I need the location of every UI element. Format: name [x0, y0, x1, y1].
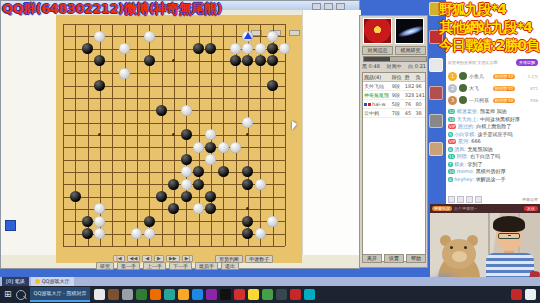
stone-black: [156, 191, 167, 202]
panel-button[interactable]: 离开: [362, 254, 382, 263]
taskbar-app-icon[interactable]: [178, 289, 189, 300]
qq-game-icon: [35, 279, 40, 284]
panel-bottom-buttons: 离开设置帮助: [362, 254, 426, 263]
close-icon[interactable]: [336, 3, 345, 10]
fan-rank-row[interactable]: 2大飞粉丝团·11871: [448, 82, 538, 94]
stone-white: [94, 31, 105, 42]
stone-white: [255, 228, 266, 239]
taskbar-app-icon[interactable]: [248, 289, 259, 300]
stone-black: [156, 105, 167, 116]
fan-badge: 粉丝团·10: [493, 98, 515, 103]
chat-message: 11 阿狸: 右下白活了吗: [448, 153, 538, 161]
game-action-button[interactable]: 退出: [221, 262, 239, 270]
taskbar-app-icon[interactable]: [94, 289, 105, 300]
time-progress-bar: [363, 56, 427, 62]
spectator-row[interactable]: 神奇無尾熊9段328141: [363, 91, 425, 100]
streamer-glasses: [498, 233, 520, 239]
panel-tabs: 对局信息棋局研究: [362, 46, 426, 55]
taskbar-app-icon[interactable]: [276, 289, 287, 300]
stone-white: [181, 166, 192, 177]
stone-black: [205, 142, 216, 153]
fan-rank-row[interactable]: 3一只柯基粉丝团·10556: [448, 94, 538, 106]
sidebar-mini-icon[interactable]: [5, 220, 16, 231]
stone-white: [205, 154, 216, 165]
game-action-button[interactable]: 上一手: [143, 262, 166, 270]
clock-value: 白 0:21: [408, 63, 426, 69]
chat-message: VIP 路过的: 白棋上面危险了: [448, 123, 538, 131]
avatar: [459, 84, 467, 92]
stone-white: [94, 216, 105, 227]
stone-black: [181, 129, 192, 140]
tab-qq-game-hall[interactable]: QQ游戏大厅: [31, 277, 74, 286]
chat-message: 9 小白学棋: 这手是试应手吗: [448, 131, 538, 139]
stone-white: [94, 228, 105, 239]
taskbar-app-icon[interactable]: [164, 289, 175, 300]
chat-message: 10 momo: 黑棋外势好厚: [448, 168, 538, 176]
kifu-nav-button[interactable]: ◀◀: [127, 255, 141, 262]
stone-black: [82, 43, 93, 54]
desktop-icon[interactable]: [429, 58, 443, 72]
desktop-icon[interactable]: [429, 142, 443, 156]
fan-ranking-list: 1小鱼儿粉丝团·121.2万2大飞粉丝团·118713一只柯基粉丝团·10556: [448, 70, 538, 106]
kifu-nav-button[interactable]: |◀: [113, 255, 125, 262]
stone-black: [242, 216, 253, 227]
stone-black: [181, 154, 192, 165]
taskbar-search-icon[interactable]: [16, 290, 26, 300]
teddy-bear-eye: [464, 246, 467, 249]
panel-tab[interactable]: 棋局研究: [395, 46, 426, 55]
stone-black: [267, 43, 278, 54]
glasses-bridge: [508, 235, 511, 236]
stone-black: [242, 55, 253, 66]
teddy-bear-eye: [450, 246, 453, 249]
game-buttons-row: 研究第一手上一手下一手最后手退出: [1, 262, 361, 270]
stone-white: [181, 105, 192, 116]
stone-black: [255, 55, 266, 66]
stone-black: [218, 166, 229, 177]
stone-black: [205, 43, 216, 54]
chat-message: 10 天天向上: 中间这块黑棋好厚: [448, 116, 538, 124]
taskbar-app-icon[interactable]: [234, 289, 245, 300]
panel-button[interactable]: 设置: [384, 254, 404, 263]
white-player-avatar-galaxy: [395, 18, 424, 44]
bottom-tab-strip: [0] 笔谈 QQ游戏大厅: [0, 277, 540, 286]
game-action-button[interactable]: 研究: [96, 262, 114, 270]
share-icon[interactable]: [475, 196, 482, 203]
stone-black: [193, 179, 204, 190]
taskbar-app-icons: [94, 289, 315, 300]
game-info-panel: 对局信息棋局研究 黑 0:48对局中白 0:21 观战(4)段位胜负 天外飞仙9…: [359, 15, 428, 268]
stone-black: [94, 55, 105, 66]
fan-badge: 粉丝团·11: [493, 86, 515, 91]
taskbar-app-icon[interactable]: [206, 289, 217, 300]
avatar: [459, 72, 467, 80]
stone-white: [193, 203, 204, 214]
rank-crown-icon: 2: [448, 84, 457, 93]
stone-black: [181, 191, 192, 202]
kifu-nav-button[interactable]: ◀: [142, 255, 152, 262]
kifu-nav-row: |◀◀◀◀▶▶▶▶|形势判断申请数子: [1, 255, 361, 262]
taskbar-app-icon[interactable]: [192, 289, 203, 300]
taskbar-app-icon[interactable]: [220, 289, 231, 300]
taskbar-app-icon[interactable]: [262, 289, 273, 300]
stone-black: [242, 166, 253, 177]
panel-button[interactable]: 帮助: [406, 254, 426, 263]
stone-white: [242, 117, 253, 128]
desktop-icon[interactable]: [429, 114, 443, 128]
stone-white: [230, 142, 241, 153]
tray-icon[interactable]: [525, 289, 536, 300]
kifu-nav-button[interactable]: ▶: [154, 255, 164, 262]
spectator-row[interactable]: hai-w5段7680: [363, 100, 425, 109]
stone-black: [193, 43, 204, 54]
settings-icon[interactable]: [466, 196, 473, 203]
stone-white: [131, 228, 142, 239]
stone-white: [218, 142, 229, 153]
stone-white: [267, 31, 278, 42]
go-game-window: |◀◀◀◀▶▶▶▶|形势判断申请数子 研究第一手上一手下一手最后手退出: [0, 0, 360, 269]
stone-black: [82, 228, 93, 239]
rank-crown-icon: 3: [448, 96, 457, 105]
stone-black: [267, 55, 278, 66]
teddy-bear-muzzle: [452, 251, 467, 262]
tray-icon[interactable]: [511, 289, 522, 300]
stone-white: [119, 43, 130, 54]
windows-taskbar: ⊞ QQ游戏大厅 - 围棋对弈: [0, 286, 540, 303]
taskbar-app-icon[interactable]: [304, 289, 315, 300]
maximize-icon[interactable]: [324, 3, 333, 10]
stone-black: [267, 80, 278, 91]
stone-white: [267, 216, 278, 227]
stone-black: [168, 179, 179, 190]
clock-value: 对局中: [387, 63, 402, 69]
chat-message: 6 heyhey: 求解说这一手: [448, 176, 538, 184]
taskbar-app-icon[interactable]: [122, 289, 133, 300]
stone-white: [144, 31, 155, 42]
stone-white: [242, 43, 253, 54]
kifu-nav-button[interactable]: ▶|: [182, 255, 194, 262]
stone-black: [168, 203, 179, 214]
spectator-list[interactable]: 观战(4)段位胜负 天外飞仙9段18296神奇無尾熊9段328141hai-w5…: [362, 72, 426, 262]
spectator-row[interactable]: 天外飞仙9段18296: [363, 82, 425, 91]
stone-black: [205, 203, 216, 214]
chat-message: 7 棋友: 学到了: [448, 161, 538, 169]
go-board[interactable]: [56, 15, 302, 263]
tab-bitan[interactable]: [0] 笔谈: [2, 277, 29, 286]
stone-black: [144, 216, 155, 227]
danmaku-etiquette-button[interactable]: 弹幕礼仪: [432, 206, 452, 211]
fan-rank-row[interactable]: 1小鱼儿粉丝团·121.2万: [448, 70, 538, 82]
game-action-button[interactable]: 下一手: [169, 262, 192, 270]
active-app-button[interactable]: QQ游戏大厅 - 围棋对弈: [30, 287, 91, 302]
window-left-sidebar: [1, 10, 57, 255]
galaxy-streak: [398, 24, 424, 39]
stone-white: [94, 203, 105, 214]
stone-white: [279, 43, 290, 54]
danmaku-settings-label[interactable]: 弹幕设置: [522, 197, 538, 202]
chat-message: 8 清风: 无尾熊加油: [448, 146, 538, 154]
stone-black: [82, 216, 93, 227]
window-controls[interactable]: [312, 3, 345, 10]
stone-white: [193, 142, 204, 153]
mouse-cursor: [292, 121, 297, 130]
stone-black: [193, 166, 204, 177]
taskbar-app-icon[interactable]: [108, 289, 119, 300]
notice-text: 欢迎来到直播间 文明发言哦: [448, 60, 500, 65]
minimize-icon[interactable]: [312, 3, 321, 10]
chat-message: VIP 星河: 666: [448, 138, 538, 146]
game-action-button[interactable]: 第一手: [117, 262, 140, 270]
notify-button[interactable]: 开播提醒: [516, 59, 538, 66]
kifu-nav-button[interactable]: ▶▶: [166, 255, 180, 262]
qq-group-overlay-text: QQ群(648302212)微博(神奇無尾熊): [2, 0, 222, 18]
start-button-icon[interactable]: ⊞: [4, 286, 12, 303]
chat-message-list[interactable]: 12 棋迷老张: 熊老师 加油10 天天向上: 中间这块黑棋好厚VIP 路过的:…: [448, 108, 538, 183]
black-player-avatar-crest: [363, 18, 392, 44]
stone-white: [119, 68, 130, 79]
stone-white: [255, 179, 266, 190]
send-button[interactable]: 发送: [524, 206, 538, 211]
gift-icon[interactable]: [457, 196, 464, 203]
stone-white: [181, 179, 192, 190]
avatar: [459, 96, 467, 104]
taskbar-app-icon[interactable]: [136, 289, 147, 300]
stone-black: [144, 55, 155, 66]
window-right-margin: [302, 10, 361, 255]
stone-white: [255, 43, 266, 54]
danmaku-input[interactable]: 发个弹幕呗~: [454, 206, 522, 211]
streamer-hair: [493, 216, 525, 232]
desktop-icon[interactable]: [429, 86, 443, 100]
emoji-icon[interactable]: [448, 196, 455, 203]
taskbar-app-icon[interactable]: [150, 289, 161, 300]
stone-black: [230, 55, 241, 66]
game-action-button[interactable]: 最后手: [195, 262, 218, 270]
stone-black: [94, 80, 105, 91]
time-row: 黑 0:48对局中白 0:21: [362, 63, 426, 69]
last-move-triangle-marker: [244, 32, 252, 39]
list-header: 观战(4)段位胜负: [363, 73, 425, 82]
fan-badge: 粉丝团·12: [493, 74, 515, 79]
rank-overlay-text: 野狐九段*4其他網站九段*4今日戰績:2勝0負: [439, 0, 539, 54]
panel-tab[interactable]: 对局信息: [362, 46, 393, 55]
stone-white: [230, 43, 241, 54]
rank-crown-icon: 1: [448, 72, 457, 81]
stone-black: [205, 191, 216, 202]
taskbar-app-icon[interactable]: [290, 289, 301, 300]
stone-white: [205, 129, 216, 140]
stone-black: [242, 228, 253, 239]
spectator-row[interactable]: 云中鹤7段4538: [363, 109, 425, 118]
stone-black: [70, 191, 81, 202]
stone-black: [242, 179, 253, 190]
danmaku-input-bar: 弹幕礼仪 发个弹幕呗~ 发送: [430, 204, 540, 213]
clock-value: 黑 0:48: [362, 63, 380, 69]
chat-message: 12 棋迷老张: 熊老师 加油: [448, 108, 538, 116]
chat-notice-bar: 欢迎来到直播间 文明发言哦 开播提醒: [448, 57, 538, 67]
chat-toolbar: 弹幕设置: [448, 195, 538, 204]
taskbar-tray-icons: [511, 289, 536, 300]
stone-white: [144, 228, 155, 239]
